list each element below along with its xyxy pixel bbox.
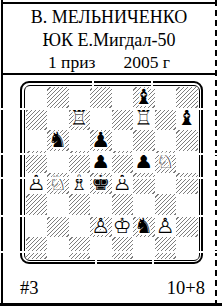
square-g4 [155,173,177,195]
square-c3 [69,194,91,216]
guide-mark-horizontal-5 [0,251,222,253]
square-d8 [90,87,112,109]
award-year-line: 1 приз 2005 г [3,51,215,74]
square-a6 [26,130,48,152]
square-g2: ♙ [155,216,177,238]
square-e2: ♔ [112,216,134,238]
black-bishop-h7: ♝ [177,108,196,130]
square-b3 [47,194,69,216]
award-text: 1 приз [48,51,96,74]
square-d6: ♟ [90,130,112,152]
white-pawn-d2: ♙ [91,216,110,238]
square-h1 [176,237,198,259]
square-g3 [155,194,177,216]
white-king-e2: ♔ [113,216,132,238]
stipulation-text: #3 [20,278,39,298]
square-b7 [47,108,69,130]
square-e8 [112,87,134,109]
square-f2: ♞ [133,216,155,238]
white-pawn-g2: ♙ [156,216,175,238]
square-h2 [176,216,198,238]
square-a8 [26,87,48,109]
square-d3 [90,194,112,216]
guide-mark-vertical-top-1 [92,79,94,89]
material-count-text: 10+8 [167,278,205,298]
square-f4 [133,173,155,195]
guide-mark-horizontal-3 [0,177,222,179]
square-c7: ♖ [69,108,91,130]
guide-mark-horizontal-1 [0,108,222,110]
black-knight-b6: ♞ [48,130,67,152]
square-h7: ♝ [176,108,198,130]
guide-mark-horizontal-4 [0,215,222,217]
footer: #3 10+8 [20,278,205,298]
square-g6 [155,130,177,152]
square-e7 [112,108,134,130]
square-a3 [26,194,48,216]
square-c8 [69,87,91,109]
guide-mark-horizontal-2 [0,153,222,155]
square-h6 [176,130,198,152]
square-e4: ♙ [112,173,134,195]
square-a2 [26,216,48,238]
chess-board-inner-frame: ♝♖♖♝♞♟♟♟♘♙♘♗♚♙♙♔♞♙ [24,85,200,261]
white-knight-b4: ♘ [48,173,67,195]
square-d7 [90,108,112,130]
author-name: В. МЕЛЬНИЧЕНКО [3,6,215,29]
white-rook-f7: ♖ [134,108,153,130]
square-f6 [133,130,155,152]
black-pawn-d6: ♟ [91,130,110,152]
square-c6 [69,130,91,152]
problem-card: В. МЕЛЬНИЧЕНКО ЮК Е.Мигдал-50 1 приз 200… [0,0,222,306]
square-c1 [69,237,91,259]
square-a7 [26,108,48,130]
white-pawn-a4: ♙ [27,173,46,195]
square-b2 [47,216,69,238]
square-b8 [47,87,69,109]
square-d2: ♙ [90,216,112,238]
white-rook-c7: ♖ [70,108,89,130]
square-e1 [112,237,134,259]
header: В. МЕЛЬНИЧЕНКО ЮК Е.Мигдал-50 1 приз 200… [3,2,215,75]
square-g7 [155,108,177,130]
chess-board-grid: ♝♖♖♝♞♟♟♟♘♙♘♗♚♙♙♔♞♙ [26,87,198,259]
black-bishop-f8: ♝ [134,87,153,109]
square-a4: ♙ [26,173,48,195]
square-e6 [112,130,134,152]
square-d1 [90,237,112,259]
black-knight-f2: ♞ [134,216,153,238]
square-g8 [155,87,177,109]
tourney-name: ЮК Е.Мигдал-50 [3,29,215,52]
square-f7: ♖ [133,108,155,130]
square-g1 [155,237,177,259]
square-c4: ♗ [69,173,91,195]
guide-mark-vertical-bottom-1 [95,256,97,267]
square-d4: ♚ [90,173,112,195]
guide-mark-vertical-bottom-2 [152,256,154,267]
square-e3 [112,194,134,216]
square-f3 [133,194,155,216]
square-c2 [69,216,91,238]
square-h3 [176,194,198,216]
square-f8: ♝ [133,87,155,109]
square-b6: ♞ [47,130,69,152]
black-king-d4: ♚ [91,173,110,195]
year-text: 2005 г [123,51,170,74]
guide-mark-vertical-top-2 [151,79,153,89]
white-bishop-c4: ♗ [70,173,89,195]
square-b4: ♘ [47,173,69,195]
square-a1 [26,237,48,259]
square-b1 [47,237,69,259]
square-h8 [176,87,198,109]
white-pawn-e4: ♙ [113,173,132,195]
square-h4 [176,173,198,195]
